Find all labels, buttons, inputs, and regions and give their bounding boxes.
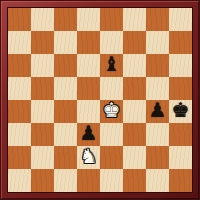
square-f8[interactable] bbox=[123, 8, 146, 31]
square-d8[interactable] bbox=[77, 8, 100, 31]
square-d1[interactable] bbox=[77, 169, 100, 192]
square-e5[interactable] bbox=[100, 77, 123, 100]
square-b8[interactable] bbox=[31, 8, 54, 31]
square-a4[interactable] bbox=[8, 100, 31, 123]
square-g7[interactable] bbox=[146, 31, 169, 54]
square-c1[interactable] bbox=[54, 169, 77, 192]
square-g2[interactable] bbox=[146, 146, 169, 169]
square-c5[interactable] bbox=[54, 77, 77, 100]
square-f7[interactable] bbox=[123, 31, 146, 54]
square-e8[interactable] bbox=[100, 8, 123, 31]
square-e6[interactable]: ♝ bbox=[100, 54, 123, 77]
square-e2[interactable] bbox=[100, 146, 123, 169]
square-f4[interactable] bbox=[123, 100, 146, 123]
square-a2[interactable] bbox=[8, 146, 31, 169]
square-e1[interactable] bbox=[100, 169, 123, 192]
square-b3[interactable] bbox=[31, 123, 54, 146]
square-d2[interactable]: ♞ bbox=[77, 146, 100, 169]
square-d7[interactable] bbox=[77, 31, 100, 54]
black-king[interactable]: ♚ bbox=[172, 100, 190, 122]
board-frame: ♝♚♟♚♟♞ bbox=[0, 0, 200, 200]
square-c2[interactable] bbox=[54, 146, 77, 169]
square-b6[interactable] bbox=[31, 54, 54, 77]
chess-board[interactable]: ♝♚♟♚♟♞ bbox=[8, 8, 192, 192]
square-h2[interactable] bbox=[169, 146, 192, 169]
square-f2[interactable] bbox=[123, 146, 146, 169]
square-g3[interactable] bbox=[146, 123, 169, 146]
square-b2[interactable] bbox=[31, 146, 54, 169]
square-b4[interactable] bbox=[31, 100, 54, 123]
square-d6[interactable] bbox=[77, 54, 100, 77]
square-a8[interactable] bbox=[8, 8, 31, 31]
square-h7[interactable] bbox=[169, 31, 192, 54]
square-e3[interactable] bbox=[100, 123, 123, 146]
square-h5[interactable] bbox=[169, 77, 192, 100]
square-g4[interactable]: ♟ bbox=[146, 100, 169, 123]
square-c7[interactable] bbox=[54, 31, 77, 54]
square-c4[interactable] bbox=[54, 100, 77, 123]
black-pawn[interactable]: ♟ bbox=[80, 123, 98, 145]
black-bishop[interactable]: ♝ bbox=[103, 54, 121, 76]
square-g6[interactable] bbox=[146, 54, 169, 77]
square-f6[interactable] bbox=[123, 54, 146, 77]
square-e7[interactable] bbox=[100, 31, 123, 54]
square-b5[interactable] bbox=[31, 77, 54, 100]
square-h6[interactable] bbox=[169, 54, 192, 77]
square-f1[interactable] bbox=[123, 169, 146, 192]
square-d3[interactable]: ♟ bbox=[77, 123, 100, 146]
square-b1[interactable] bbox=[31, 169, 54, 192]
white-king[interactable]: ♚ bbox=[103, 100, 121, 122]
square-c6[interactable] bbox=[54, 54, 77, 77]
square-h3[interactable] bbox=[169, 123, 192, 146]
square-d5[interactable] bbox=[77, 77, 100, 100]
white-knight[interactable]: ♞ bbox=[80, 146, 98, 168]
square-f3[interactable] bbox=[123, 123, 146, 146]
square-a7[interactable] bbox=[8, 31, 31, 54]
square-a6[interactable] bbox=[8, 54, 31, 77]
square-c8[interactable] bbox=[54, 8, 77, 31]
square-g8[interactable] bbox=[146, 8, 169, 31]
square-b7[interactable] bbox=[31, 31, 54, 54]
square-h1[interactable] bbox=[169, 169, 192, 192]
black-pawn[interactable]: ♟ bbox=[149, 100, 167, 122]
square-a1[interactable] bbox=[8, 169, 31, 192]
square-a3[interactable] bbox=[8, 123, 31, 146]
square-d4[interactable] bbox=[77, 100, 100, 123]
square-e4[interactable]: ♚ bbox=[100, 100, 123, 123]
square-h8[interactable] bbox=[169, 8, 192, 31]
square-a5[interactable] bbox=[8, 77, 31, 100]
square-f5[interactable] bbox=[123, 77, 146, 100]
square-g1[interactable] bbox=[146, 169, 169, 192]
square-g5[interactable] bbox=[146, 77, 169, 100]
square-c3[interactable] bbox=[54, 123, 77, 146]
square-h4[interactable]: ♚ bbox=[169, 100, 192, 123]
